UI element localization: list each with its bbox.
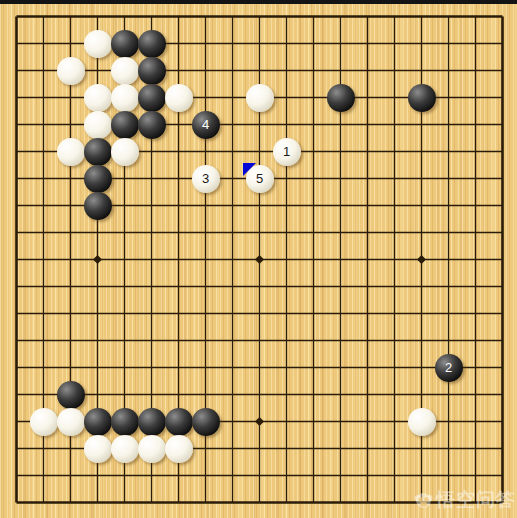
go-board-diagram: 41352 悟空问答	[0, 0, 517, 518]
black-stone	[57, 381, 85, 409]
move-number-label: 2	[445, 361, 452, 374]
white-stone	[111, 57, 139, 85]
move-number-label: 4	[202, 118, 209, 131]
white-stone	[84, 111, 112, 139]
black-stone	[84, 192, 112, 220]
black-stone	[138, 408, 166, 436]
black-stone	[84, 408, 112, 436]
star-point	[93, 255, 102, 264]
move-number-label: 5	[256, 172, 263, 185]
black-stone: 2	[435, 354, 463, 382]
black-stone: 4	[192, 111, 220, 139]
watermark-text: 悟空问答	[436, 487, 516, 513]
white-stone: 3	[192, 165, 220, 193]
white-stone	[165, 84, 193, 112]
black-stone	[138, 57, 166, 85]
white-stone	[57, 57, 85, 85]
move-number-label: 3	[202, 172, 209, 185]
white-stone	[408, 408, 436, 436]
star-point	[417, 255, 426, 264]
white-stone: 5	[246, 165, 274, 193]
black-stone	[138, 84, 166, 112]
white-stone	[111, 138, 139, 166]
black-stone	[138, 111, 166, 139]
white-stone	[165, 435, 193, 463]
white-stone: 1	[273, 138, 301, 166]
watermark: 悟空问答	[413, 487, 516, 513]
black-stone	[327, 84, 355, 112]
black-stone	[165, 408, 193, 436]
black-stone	[84, 165, 112, 193]
white-stone	[111, 84, 139, 112]
white-stone	[30, 408, 58, 436]
white-stone	[111, 435, 139, 463]
black-stone	[111, 30, 139, 58]
black-stone	[111, 111, 139, 139]
wukong-monkey-logo-icon	[413, 490, 434, 511]
white-stone	[84, 84, 112, 112]
move-number-label: 1	[283, 145, 290, 158]
white-stone	[246, 84, 274, 112]
black-stone	[192, 408, 220, 436]
black-stone	[111, 408, 139, 436]
white-stone	[84, 30, 112, 58]
top-edge-strip	[0, 0, 517, 4]
black-stone	[84, 138, 112, 166]
white-stone	[138, 435, 166, 463]
black-stone	[408, 84, 436, 112]
white-stone	[57, 138, 85, 166]
white-stone	[57, 408, 85, 436]
black-stone	[138, 30, 166, 58]
star-point	[255, 255, 264, 264]
star-point	[255, 417, 264, 426]
white-stone	[84, 435, 112, 463]
last-move-triangle-marker	[243, 163, 256, 176]
